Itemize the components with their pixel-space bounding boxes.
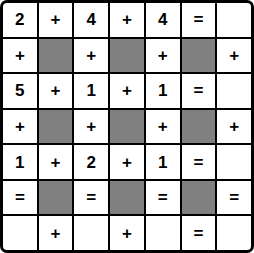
operator-cell-r6c5: = [146,181,180,215]
given-number-cell-r5c1: 1 [3,145,37,179]
operator-cell-r7c2: + [39,216,73,250]
answer-cell-r5c7[interactable] [217,145,251,179]
given-number-cell-r5c5: 1 [146,145,180,179]
blocked-cell-r4c6 [182,110,216,144]
given-number-cell-r1c1: 2 [3,3,37,37]
operator-cell-r4c3: + [74,110,108,144]
operator-cell-r2c5: + [146,39,180,73]
given-number-cell-r1c3: 4 [74,3,108,37]
operator-cell-r6c3: = [74,181,108,215]
cross-math-puzzle-board: 2+4+4=++++5+1+1=++++1+2+1=====++= [0,0,254,253]
answer-cell-r7c3[interactable] [74,216,108,250]
operator-cell-r2c3: + [74,39,108,73]
operator-cell-r1c2: + [39,3,73,37]
operator-cell-r1c6: = [182,3,216,37]
given-number-cell-r3c1: 5 [3,74,37,108]
blocked-cell-r2c6 [182,39,216,73]
operator-cell-r1c4: + [110,3,144,37]
given-number-cell-r1c5: 4 [146,3,180,37]
blocked-cell-r4c4 [110,110,144,144]
blocked-cell-r4c2 [39,110,73,144]
operator-cell-r4c1: + [3,110,37,144]
answer-cell-r1c7[interactable] [217,3,251,37]
operator-cell-r6c1: = [3,181,37,215]
blocked-cell-r6c6 [182,181,216,215]
operator-cell-r2c1: + [3,39,37,73]
answer-cell-r7c7[interactable] [217,216,251,250]
operator-cell-r5c6: = [182,145,216,179]
answer-cell-r7c1[interactable] [3,216,37,250]
operator-cell-r6c7: = [217,181,251,215]
answer-cell-r7c5[interactable] [146,216,180,250]
operator-cell-r3c6: = [182,74,216,108]
operator-cell-r7c4: + [110,216,144,250]
blocked-cell-r6c4 [110,181,144,215]
blocked-cell-r6c2 [39,181,73,215]
operator-cell-r4c5: + [146,110,180,144]
blocked-cell-r2c2 [39,39,73,73]
operator-cell-r2c7: + [217,39,251,73]
operator-cell-r3c2: + [39,74,73,108]
operator-cell-r3c4: + [110,74,144,108]
operator-cell-r5c2: + [39,145,73,179]
operator-cell-r7c6: = [182,216,216,250]
operator-cell-r4c7: + [217,110,251,144]
blocked-cell-r2c4 [110,39,144,73]
answer-cell-r3c7[interactable] [217,74,251,108]
given-number-cell-r3c5: 1 [146,74,180,108]
operator-cell-r5c4: + [110,145,144,179]
given-number-cell-r5c3: 2 [74,145,108,179]
given-number-cell-r3c3: 1 [74,74,108,108]
